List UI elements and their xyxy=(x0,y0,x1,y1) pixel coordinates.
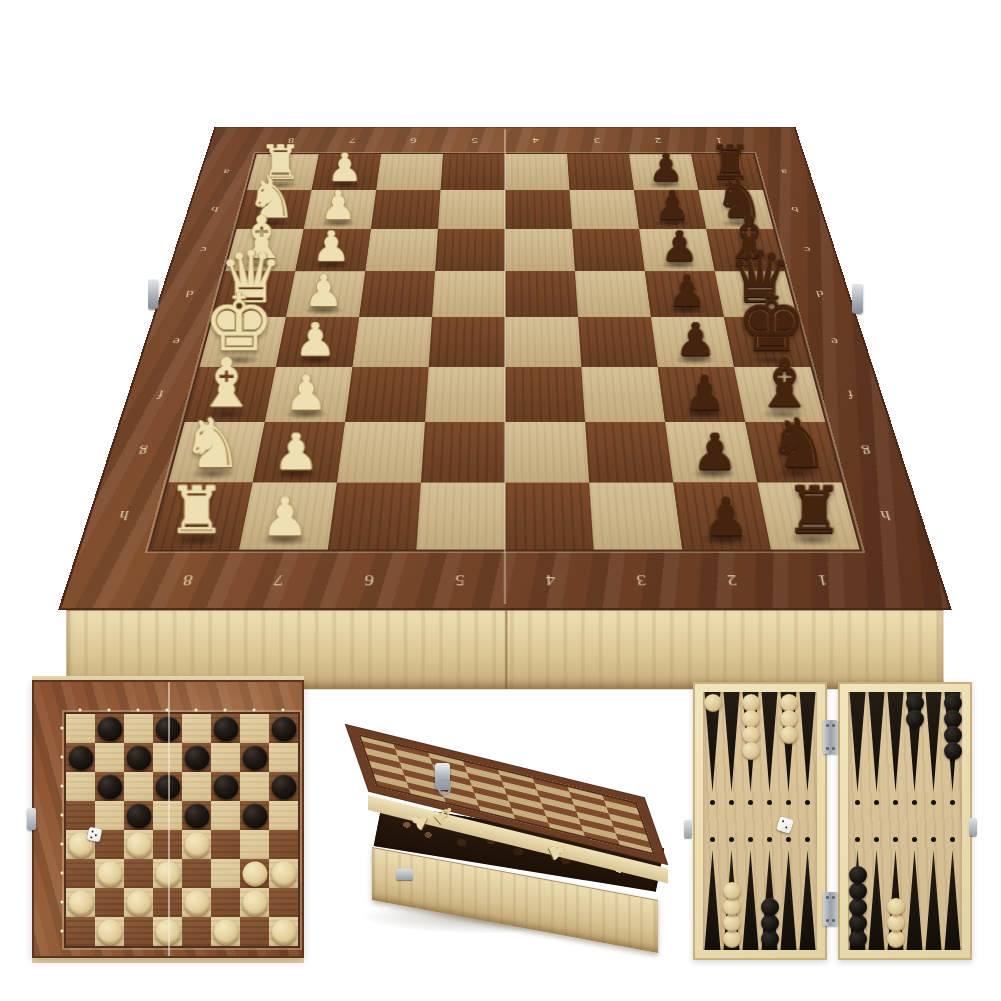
chess-piece-black-pawn: ♟ xyxy=(675,317,716,363)
backgammon-point xyxy=(798,692,817,792)
coordinate-label: 2 xyxy=(684,564,780,594)
coordinate-label: b xyxy=(776,190,815,229)
checker-black xyxy=(68,745,93,770)
square xyxy=(66,772,95,801)
square xyxy=(182,801,211,830)
chess-piece-white-pawn: ♟ xyxy=(273,427,318,477)
square xyxy=(505,317,581,367)
coordinate-label: f xyxy=(826,367,874,422)
backgammon-point xyxy=(943,850,962,950)
square xyxy=(505,422,589,483)
checker-light xyxy=(126,832,151,857)
square xyxy=(240,859,269,888)
side-latch-icon xyxy=(969,818,977,836)
square xyxy=(269,859,298,888)
checker-black xyxy=(271,716,296,741)
square xyxy=(269,830,298,859)
coordinate-label: 6 xyxy=(322,564,416,594)
backgammon-right-half xyxy=(838,682,972,960)
backgammon-point xyxy=(886,692,905,792)
square xyxy=(124,772,153,801)
checker-black xyxy=(271,774,296,799)
checker-black xyxy=(213,774,238,799)
side-latch-icon xyxy=(852,284,863,314)
square xyxy=(211,743,240,772)
backgammon-checker-light xyxy=(887,898,905,916)
square: ♟ xyxy=(673,483,771,550)
square xyxy=(95,801,124,830)
backgammon-point xyxy=(924,692,943,792)
square xyxy=(365,229,438,271)
chess-piece-white-pawn: ♟ xyxy=(312,226,350,268)
backgammon-checker-black xyxy=(761,930,779,948)
square xyxy=(124,917,153,946)
coordinate-label: 5 xyxy=(413,564,505,594)
backgammon-point xyxy=(703,850,722,950)
coordinate-label: h xyxy=(96,483,151,550)
backgammon-checker-black xyxy=(849,866,867,884)
square xyxy=(95,743,124,772)
chess-piece-black-pawn: ♟ xyxy=(654,185,690,225)
backgammon-field xyxy=(703,692,817,950)
square xyxy=(269,801,298,830)
square xyxy=(240,830,269,859)
checker-black xyxy=(242,745,267,770)
square: ♟ xyxy=(286,271,365,317)
square: ♟ xyxy=(265,367,352,422)
square xyxy=(124,714,153,743)
square: ♟ xyxy=(645,271,724,317)
square xyxy=(505,190,572,229)
checkers-photo xyxy=(18,668,318,980)
square xyxy=(211,801,240,830)
square xyxy=(95,714,124,743)
square xyxy=(581,367,665,422)
square xyxy=(124,888,153,917)
checker-black xyxy=(184,745,209,770)
checker-light xyxy=(271,861,296,886)
square xyxy=(505,271,578,317)
square: ♟ xyxy=(253,422,345,483)
square xyxy=(124,830,153,859)
chess-piece-white-pawn: ♟ xyxy=(294,317,335,363)
chess-piece-white-knight: ♞ xyxy=(181,409,243,478)
backgammon-checker-light xyxy=(723,930,741,948)
die xyxy=(87,827,102,842)
square: ♟ xyxy=(239,483,337,550)
square xyxy=(240,743,269,772)
coordinate-label: 4 xyxy=(505,564,597,594)
backgammon-point xyxy=(867,692,886,792)
square xyxy=(567,154,634,190)
backgammon-checker-light xyxy=(723,882,741,900)
square xyxy=(124,801,153,830)
checker-black xyxy=(126,745,151,770)
coordinate-label: c xyxy=(787,229,828,271)
square xyxy=(589,483,682,550)
backgammon-checker-light xyxy=(780,726,798,744)
chess-piece-black-knight: ♞ xyxy=(767,409,829,478)
square xyxy=(578,317,658,367)
coordinate-label: 8 xyxy=(138,564,236,594)
square xyxy=(269,917,298,946)
square xyxy=(572,229,645,271)
square xyxy=(182,859,211,888)
square xyxy=(240,888,269,917)
backgammon-photo xyxy=(660,660,1001,1000)
square xyxy=(95,917,124,946)
backgammon-checker-black xyxy=(849,898,867,916)
square xyxy=(421,422,505,483)
square: ♟ xyxy=(651,317,734,367)
coordinate-label: c xyxy=(182,229,223,271)
square xyxy=(211,772,240,801)
coordinate-label: 3 xyxy=(595,564,689,594)
square xyxy=(505,154,569,190)
coordinate-label: g xyxy=(117,422,169,483)
chess-piece-black-pawn: ♟ xyxy=(702,491,750,544)
square xyxy=(95,888,124,917)
backgammon-point xyxy=(741,850,760,950)
checker-light xyxy=(242,890,267,915)
square xyxy=(505,483,594,550)
square xyxy=(95,859,124,888)
backgammon-checker-black xyxy=(761,914,779,932)
square xyxy=(211,859,240,888)
clasp-icon xyxy=(435,763,450,790)
backgammon-checker-black xyxy=(849,914,867,932)
checker-light xyxy=(184,890,209,915)
latch-plate-icon xyxy=(396,869,413,880)
backgammon-point xyxy=(798,850,817,950)
chess-piece-black-pawn: ♟ xyxy=(660,226,698,268)
backgammon-point xyxy=(867,850,886,950)
square xyxy=(182,772,211,801)
side-latch-icon xyxy=(27,808,36,830)
square xyxy=(432,271,505,317)
backgammon-checker-black xyxy=(906,710,924,728)
square xyxy=(585,422,673,483)
checker-light xyxy=(213,919,238,944)
checker-light xyxy=(271,919,296,944)
square xyxy=(240,714,269,743)
checker-black xyxy=(242,803,267,828)
chess-board: 87654321 87654321 abcdefgh abcdefgh ♜♟♟♜… xyxy=(61,127,949,608)
square xyxy=(211,888,240,917)
chess-piece-black-pawn: ♟ xyxy=(667,269,706,313)
square: ♜ xyxy=(151,483,253,550)
product-photo-collage: 87654321 87654321 abcdefgh abcdefgh ♜♟♟♜… xyxy=(0,0,1001,1001)
coordinate-label: 7 xyxy=(230,564,326,594)
square xyxy=(429,317,505,367)
chess-piece-white-pawn: ♟ xyxy=(261,491,309,544)
coordinate-label: a xyxy=(766,154,803,190)
backgammon-checker-light xyxy=(723,898,741,916)
coordinate-label: e xyxy=(152,317,198,367)
backgammon-checker-black xyxy=(761,898,779,916)
square xyxy=(416,483,505,550)
backgammon-checker-light xyxy=(742,742,760,760)
square: ♜ xyxy=(757,483,859,550)
backgammon-checker-light xyxy=(704,694,722,712)
square xyxy=(438,190,505,229)
square xyxy=(269,772,298,801)
square xyxy=(345,367,429,422)
backgammon-point xyxy=(924,850,943,950)
chess-piece-white-pawn: ♟ xyxy=(303,269,342,313)
square xyxy=(66,714,95,743)
coordinate-label: f xyxy=(135,367,183,422)
checker-black xyxy=(213,716,238,741)
square xyxy=(66,917,95,946)
square xyxy=(240,801,269,830)
chess-piece-white-pawn: ♟ xyxy=(284,369,327,417)
peg-dots xyxy=(703,800,817,805)
square xyxy=(376,154,443,190)
coordinate-label: 5 xyxy=(443,133,505,147)
square xyxy=(505,367,585,422)
backgammon-checker-black xyxy=(944,742,962,760)
square xyxy=(269,888,298,917)
square xyxy=(328,483,421,550)
board-fold-seam xyxy=(168,682,170,956)
box-photo: ♟ ♝ ♟ xyxy=(330,655,660,1000)
square xyxy=(269,743,298,772)
coordinate-label: 4 xyxy=(505,133,567,147)
backgammon-checker-light xyxy=(723,914,741,932)
hinge-icon xyxy=(823,892,838,926)
chess-piece-white-rook: ♜ xyxy=(167,479,226,544)
backgammon-point xyxy=(848,692,867,792)
backgammon-point xyxy=(722,692,741,792)
square: ♟ xyxy=(658,367,745,422)
checker-black xyxy=(126,803,151,828)
backgammon-point xyxy=(779,850,798,950)
square xyxy=(182,917,211,946)
hinge-icon xyxy=(823,720,838,754)
peg-dots xyxy=(703,837,817,842)
square xyxy=(569,190,639,229)
coordinate-label: b xyxy=(195,190,234,229)
square xyxy=(211,714,240,743)
chess-piece-black-pawn: ♟ xyxy=(683,369,726,417)
peg-dots xyxy=(848,837,962,842)
coordinate-label: h xyxy=(859,483,914,550)
coordinate-label: a xyxy=(207,154,244,190)
square xyxy=(441,154,505,190)
checker-light xyxy=(97,861,122,886)
chess-piece-black-rook: ♜ xyxy=(785,479,844,544)
checker-light xyxy=(242,861,267,886)
peg-dots xyxy=(848,800,962,805)
square xyxy=(269,714,298,743)
square xyxy=(95,772,124,801)
backgammon-checker-light xyxy=(887,914,905,932)
coordinate-label: e xyxy=(812,317,858,367)
checker-light xyxy=(184,832,209,857)
chess-piece-black-pawn: ♟ xyxy=(692,427,737,477)
square xyxy=(435,229,505,271)
square xyxy=(182,888,211,917)
square xyxy=(66,888,95,917)
chess-piece-white-pawn: ♟ xyxy=(320,185,356,225)
square xyxy=(425,367,505,422)
square xyxy=(182,714,211,743)
square xyxy=(66,859,95,888)
square xyxy=(240,917,269,946)
square xyxy=(337,422,425,483)
square xyxy=(66,801,95,830)
checker-light xyxy=(126,890,151,915)
square: ♟ xyxy=(665,422,757,483)
square xyxy=(240,772,269,801)
checker-black xyxy=(97,716,122,741)
coordinate-label: 6 xyxy=(382,133,445,147)
coordinate-label: 3 xyxy=(566,133,629,147)
square xyxy=(505,229,575,271)
side-latch-icon xyxy=(684,820,692,838)
backgammon-checker-light xyxy=(887,930,905,948)
backgammon-point xyxy=(760,692,779,792)
square xyxy=(124,859,153,888)
square xyxy=(211,830,240,859)
side-latch-icon xyxy=(148,279,159,309)
square xyxy=(124,743,153,772)
square xyxy=(211,917,240,946)
coordinate-label: 1 xyxy=(774,564,872,594)
checker-black xyxy=(97,774,122,799)
square xyxy=(371,190,441,229)
square: ♟ xyxy=(276,317,359,367)
backgammon-field xyxy=(848,692,962,950)
backgammon-checker-black xyxy=(849,930,867,948)
checkers-board xyxy=(32,680,304,958)
square xyxy=(575,271,651,317)
checker-black xyxy=(184,803,209,828)
square xyxy=(359,271,435,317)
main-chess-photo: 87654321 87654321 abcdefgh abcdefgh ♜♟♟♜… xyxy=(155,0,855,667)
backgammon-checker-black xyxy=(849,882,867,900)
checker-light xyxy=(68,890,93,915)
coordinate-label: g xyxy=(842,422,894,483)
square xyxy=(352,317,432,367)
backgammon-point xyxy=(905,850,924,950)
backgammon-left-half xyxy=(693,682,827,960)
square xyxy=(182,743,211,772)
checker-light xyxy=(97,919,122,944)
square xyxy=(66,743,95,772)
square xyxy=(182,830,211,859)
